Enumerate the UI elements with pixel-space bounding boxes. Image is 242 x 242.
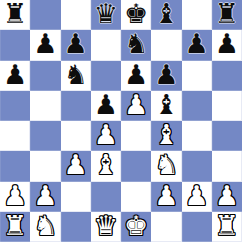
piece-white-pawn[interactable]: ♟ [215, 181, 239, 211]
square-g6[interactable] [182, 61, 212, 91]
square-e8[interactable]: ♚ [121, 0, 151, 30]
square-h6[interactable] [212, 61, 242, 91]
square-b7[interactable]: ♟ [30, 30, 60, 60]
square-e4[interactable] [121, 121, 151, 151]
square-e6[interactable]: ♟ [121, 61, 151, 91]
square-e7[interactable]: ♞ [121, 30, 151, 60]
piece-white-king[interactable]: ♚ [124, 211, 148, 241]
square-f2[interactable]: ♟ [151, 182, 181, 212]
square-f6[interactable]: ♟ [151, 61, 181, 91]
square-b8[interactable] [30, 0, 60, 30]
square-f4[interactable]: ♝ [151, 121, 181, 151]
square-b1[interactable]: ♞ [30, 212, 60, 242]
piece-white-rook[interactable]: ♜ [3, 211, 27, 241]
square-c8[interactable] [61, 0, 91, 30]
piece-white-pawn[interactable]: ♟ [94, 120, 118, 150]
piece-black-knight[interactable]: ♞ [64, 60, 88, 90]
piece-white-pawn[interactable]: ♟ [3, 181, 27, 211]
square-c7[interactable]: ♟ [61, 30, 91, 60]
piece-white-knight[interactable]: ♞ [154, 150, 178, 180]
square-d7[interactable] [91, 30, 121, 60]
piece-black-pawn[interactable]: ♟ [154, 60, 178, 90]
piece-white-queen[interactable]: ♛ [94, 211, 118, 241]
square-g4[interactable] [182, 121, 212, 151]
square-a1[interactable]: ♜ [0, 212, 30, 242]
square-c3[interactable]: ♟ [61, 151, 91, 181]
square-g7[interactable]: ♟ [182, 30, 212, 60]
square-c4[interactable] [61, 121, 91, 151]
square-h1[interactable]: ♜ [212, 212, 242, 242]
square-b2[interactable]: ♟ [30, 182, 60, 212]
square-f5[interactable]: ♝ [151, 91, 181, 121]
square-d6[interactable] [91, 61, 121, 91]
square-d8[interactable]: ♛ [91, 0, 121, 30]
piece-black-rook[interactable]: ♜ [3, 0, 27, 29]
square-e3[interactable] [121, 151, 151, 181]
square-f8[interactable]: ♝ [151, 0, 181, 30]
square-c1[interactable] [61, 212, 91, 242]
piece-white-pawn[interactable]: ♟ [33, 181, 57, 211]
square-a7[interactable] [0, 30, 30, 60]
piece-black-pawn[interactable]: ♟ [215, 29, 239, 59]
piece-black-bishop[interactable]: ♝ [154, 0, 178, 29]
square-e1[interactable]: ♚ [121, 212, 151, 242]
piece-white-pawn[interactable]: ♟ [64, 150, 88, 180]
square-e2[interactable] [121, 182, 151, 212]
piece-white-pawn[interactable]: ♟ [124, 90, 148, 120]
piece-black-pawn[interactable]: ♟ [3, 60, 27, 90]
square-g1[interactable] [182, 212, 212, 242]
square-b3[interactable] [30, 151, 60, 181]
square-d3[interactable]: ♝ [91, 151, 121, 181]
square-a6[interactable]: ♟ [0, 61, 30, 91]
piece-white-bishop[interactable]: ♝ [154, 120, 178, 150]
square-g5[interactable] [182, 91, 212, 121]
square-a4[interactable] [0, 121, 30, 151]
square-g8[interactable] [182, 0, 212, 30]
square-h5[interactable] [212, 91, 242, 121]
square-h8[interactable]: ♜ [212, 0, 242, 30]
square-h3[interactable] [212, 151, 242, 181]
square-b4[interactable] [30, 121, 60, 151]
piece-black-pawn[interactable]: ♟ [64, 29, 88, 59]
square-b6[interactable] [30, 61, 60, 91]
piece-white-knight[interactable]: ♞ [33, 211, 57, 241]
square-e5[interactable]: ♟ [121, 91, 151, 121]
piece-white-pawn[interactable]: ♟ [154, 181, 178, 211]
piece-black-rook[interactable]: ♜ [215, 0, 239, 29]
piece-black-pawn[interactable]: ♟ [124, 60, 148, 90]
square-c5[interactable] [61, 91, 91, 121]
square-b5[interactable] [30, 91, 60, 121]
square-f3[interactable]: ♞ [151, 151, 181, 181]
piece-black-pawn[interactable]: ♟ [94, 90, 118, 120]
square-a8[interactable]: ♜ [0, 0, 30, 30]
chess-board: ♜♛♚♝♜♟♟♞♟♟♟♞♟♟♟♟♝♟♝♟♝♞♟♟♟♟♟♜♞♛♚♜ [0, 0, 242, 242]
square-h4[interactable] [212, 121, 242, 151]
piece-black-pawn[interactable]: ♟ [185, 29, 209, 59]
piece-black-king[interactable]: ♚ [124, 0, 148, 29]
square-d2[interactable] [91, 182, 121, 212]
piece-black-queen[interactable]: ♛ [94, 0, 118, 29]
square-h7[interactable]: ♟ [212, 30, 242, 60]
square-d1[interactable]: ♛ [91, 212, 121, 242]
square-a2[interactable]: ♟ [0, 182, 30, 212]
piece-black-knight[interactable]: ♞ [124, 29, 148, 59]
square-a5[interactable] [0, 91, 30, 121]
square-g3[interactable] [182, 151, 212, 181]
square-f7[interactable] [151, 30, 181, 60]
square-g2[interactable]: ♟ [182, 182, 212, 212]
square-a3[interactable] [0, 151, 30, 181]
piece-white-bishop[interactable]: ♝ [94, 150, 118, 180]
piece-white-rook[interactable]: ♜ [215, 211, 239, 241]
square-f1[interactable] [151, 212, 181, 242]
square-c6[interactable]: ♞ [61, 61, 91, 91]
chess-board-container: ♜♛♚♝♜♟♟♞♟♟♟♞♟♟♟♟♝♟♝♟♝♞♟♟♟♟♟♜♞♛♚♜ [0, 0, 242, 242]
square-h2[interactable]: ♟ [212, 182, 242, 212]
square-d5[interactable]: ♟ [91, 91, 121, 121]
square-c2[interactable] [61, 182, 91, 212]
piece-white-pawn[interactable]: ♟ [185, 181, 209, 211]
piece-black-pawn[interactable]: ♟ [33, 29, 57, 59]
piece-black-bishop[interactable]: ♝ [154, 90, 178, 120]
square-d4[interactable]: ♟ [91, 121, 121, 151]
